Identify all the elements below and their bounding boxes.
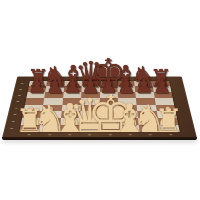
square-f3 <box>118 111 138 118</box>
rank-label-dot-4 <box>15 107 18 108</box>
board-grid <box>19 81 180 132</box>
file-label-dot-c <box>68 134 71 135</box>
rank-label-dot-8 <box>21 83 24 84</box>
square-h2 <box>157 118 178 125</box>
rank-label-dot-7 <box>19 89 22 90</box>
square-g2 <box>138 118 158 125</box>
square-e2 <box>100 118 120 125</box>
square-h3 <box>156 111 176 118</box>
file-label-dot-b <box>48 134 51 135</box>
square-c2 <box>60 118 80 125</box>
square-d2 <box>80 118 100 125</box>
rank-label-dot-2 <box>12 121 15 122</box>
square-a1 <box>19 125 40 132</box>
file-label-dot-f <box>129 134 132 135</box>
board-front-edge <box>2 137 197 140</box>
file-label-dot-h <box>169 134 172 135</box>
square-c3 <box>61 111 81 118</box>
file-label-dot-g <box>149 134 152 135</box>
file-label-dot-a <box>28 134 31 135</box>
rank-label-dot-5 <box>16 101 19 102</box>
rank-label-dot-6 <box>18 95 21 96</box>
file-label-dot-e <box>109 134 112 135</box>
square-e1 <box>100 125 120 132</box>
rank-label-dot-3 <box>13 114 16 115</box>
square-h1 <box>159 125 180 132</box>
square-c1 <box>59 125 79 132</box>
square-a3 <box>22 111 42 118</box>
square-a2 <box>21 118 42 125</box>
rank-label-dot-1 <box>10 128 13 129</box>
board-scene: ♜♞♝♛♚♝♞♜♟♟♟♟♟♟♟♟♟♟♟♟♟♟♟♟♜♞♝♛♚♝♞♜ <box>0 0 200 200</box>
chess-set-product-photo: ♜♞♝♛♚♝♞♜♟♟♟♟♟♟♟♟♟♟♟♟♟♟♟♟♜♞♝♛♚♝♞♜ <box>0 0 200 200</box>
square-d1 <box>79 125 99 132</box>
square-f1 <box>119 125 139 132</box>
square-g3 <box>137 111 157 118</box>
square-f2 <box>119 118 139 125</box>
square-g1 <box>139 125 160 132</box>
square-d3 <box>80 111 99 118</box>
square-b1 <box>39 125 60 132</box>
file-label-dot-d <box>88 134 91 135</box>
square-e3 <box>100 111 119 118</box>
square-b2 <box>40 118 60 125</box>
square-b3 <box>42 111 62 118</box>
chess-board <box>2 76 197 138</box>
